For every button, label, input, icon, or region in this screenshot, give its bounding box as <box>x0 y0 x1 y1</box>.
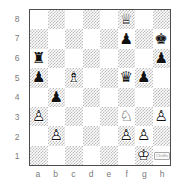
square-d1[interactable] <box>83 146 101 165</box>
square-d6[interactable] <box>83 49 101 68</box>
rank-label-7: 7 <box>8 29 26 49</box>
file-label-e: e <box>100 167 118 180</box>
square-a3[interactable]: ♟♙ <box>30 107 48 126</box>
file-label-f: f <box>118 167 136 180</box>
square-f4[interactable] <box>118 88 136 107</box>
square-b7[interactable] <box>48 29 66 48</box>
square-b4[interactable]: ♟♟ <box>48 88 66 107</box>
square-f1[interactable] <box>118 146 136 165</box>
square-d3[interactable] <box>83 107 101 126</box>
rank-label-2: 2 <box>8 127 26 147</box>
white-king-g1[interactable]: ♔ <box>135 146 153 165</box>
square-a5[interactable]: ♟♟ <box>30 68 48 87</box>
square-e7[interactable] <box>100 29 118 48</box>
black-pawn-f7[interactable]: ♟ <box>118 29 136 48</box>
square-d4[interactable] <box>83 88 101 107</box>
square-g2[interactable]: ♟♙ <box>135 126 153 145</box>
square-d8[interactable] <box>83 10 101 29</box>
square-h2[interactable] <box>153 126 171 145</box>
square-b2[interactable]: ♟♙ <box>48 126 66 145</box>
square-g8[interactable] <box>135 10 153 29</box>
black-queen-f5[interactable]: ♛ <box>118 68 136 87</box>
square-a4[interactable] <box>30 88 48 107</box>
square-d5[interactable] <box>83 68 101 87</box>
square-c6[interactable] <box>65 49 83 68</box>
white-knight-f3[interactable]: ♘ <box>118 107 136 126</box>
white-pawn-a3[interactable]: ♙ <box>30 107 48 126</box>
black-pawn-b4[interactable]: ♟ <box>48 88 66 107</box>
square-h5[interactable] <box>153 68 171 87</box>
file-label-a: a <box>29 167 47 180</box>
rank-label-5: 5 <box>8 68 26 88</box>
watermark: ChsBs <box>154 152 170 160</box>
square-h4[interactable] <box>153 88 171 107</box>
rank-labels: 87654321 <box>8 9 26 166</box>
square-b6[interactable] <box>48 49 66 68</box>
square-a2[interactable] <box>30 126 48 145</box>
square-f5[interactable]: ♛♛ <box>118 68 136 87</box>
rank-label-4: 4 <box>8 88 26 108</box>
file-label-h: h <box>153 167 171 180</box>
square-a8[interactable] <box>30 10 48 29</box>
square-a1[interactable] <box>30 146 48 165</box>
square-c5[interactable]: ♝♗ <box>65 68 83 87</box>
square-g3[interactable] <box>135 107 153 126</box>
square-g7[interactable] <box>135 29 153 48</box>
square-e1[interactable] <box>100 146 118 165</box>
square-g5[interactable]: ♟♟ <box>135 68 153 87</box>
chess-diagram: 87654321 ♛♕♟♟♚♚♜♜♟♟♟♟♝♗♛♛♟♟♟♟♟♙♞♘♟♙♟♙♟♙♟… <box>0 0 178 189</box>
square-c3[interactable] <box>65 107 83 126</box>
square-e8[interactable] <box>100 10 118 29</box>
rank-label-6: 6 <box>8 48 26 68</box>
square-f3[interactable]: ♞♘ <box>118 107 136 126</box>
rank-label-1: 1 <box>8 146 26 166</box>
square-d2[interactable] <box>83 126 101 145</box>
square-d7[interactable] <box>83 29 101 48</box>
square-c1[interactable] <box>65 146 83 165</box>
square-c8[interactable] <box>65 10 83 29</box>
square-b5[interactable] <box>48 68 66 87</box>
black-rook-a6[interactable]: ♜ <box>30 49 48 68</box>
white-pawn-b2[interactable]: ♙ <box>48 126 66 145</box>
white-bishop-c5[interactable]: ♗ <box>65 68 83 87</box>
square-h7[interactable]: ♚♚ <box>153 29 171 48</box>
black-pawn-a5[interactable]: ♟ <box>30 68 48 87</box>
square-b3[interactable] <box>48 107 66 126</box>
square-c4[interactable] <box>65 88 83 107</box>
file-label-g: g <box>136 167 154 180</box>
rank-label-8: 8 <box>8 9 26 29</box>
square-e2[interactable] <box>100 126 118 145</box>
square-a7[interactable] <box>30 29 48 48</box>
file-label-c: c <box>65 167 83 180</box>
square-f2[interactable]: ♟♙ <box>118 126 136 145</box>
square-c7[interactable] <box>65 29 83 48</box>
square-h3[interactable]: ♟♙ <box>153 107 171 126</box>
chess-board[interactable]: ♛♕♟♟♚♚♜♜♟♟♟♟♝♗♛♛♟♟♟♟♟♙♞♘♟♙♟♙♟♙♟♙♚♔ <box>29 9 171 166</box>
rank-label-3: 3 <box>8 107 26 127</box>
square-e5[interactable] <box>100 68 118 87</box>
square-h8[interactable] <box>153 10 171 29</box>
black-king-h7[interactable]: ♚ <box>153 29 171 48</box>
white-pawn-f2[interactable]: ♙ <box>118 126 136 145</box>
square-e3[interactable] <box>100 107 118 126</box>
square-g4[interactable] <box>135 88 153 107</box>
square-a6[interactable]: ♜♜ <box>30 49 48 68</box>
square-b8[interactable] <box>48 10 66 29</box>
square-c2[interactable] <box>65 126 83 145</box>
white-pawn-g2[interactable]: ♙ <box>135 126 153 145</box>
square-f7[interactable]: ♟♟ <box>118 29 136 48</box>
square-f6[interactable] <box>118 49 136 68</box>
square-g1[interactable]: ♚♔ <box>135 146 153 165</box>
square-e4[interactable] <box>100 88 118 107</box>
square-f8[interactable]: ♛♕ <box>118 10 136 29</box>
square-g6[interactable] <box>135 49 153 68</box>
file-labels: abcdefgh <box>29 167 171 180</box>
black-pawn-h6[interactable]: ♟ <box>153 49 171 68</box>
white-pawn-h3[interactable]: ♙ <box>153 107 171 126</box>
black-pawn-g5[interactable]: ♟ <box>135 68 153 87</box>
white-queen-f8[interactable]: ♕ <box>118 10 136 29</box>
file-label-d: d <box>82 167 100 180</box>
square-h6[interactable]: ♟♟ <box>153 49 171 68</box>
square-b1[interactable] <box>48 146 66 165</box>
square-e6[interactable] <box>100 49 118 68</box>
file-label-b: b <box>47 167 65 180</box>
